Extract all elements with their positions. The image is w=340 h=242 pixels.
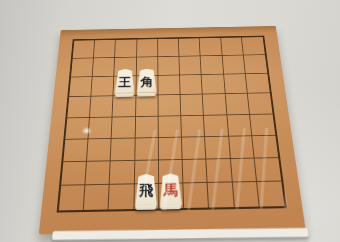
board-cell[interactable] bbox=[159, 116, 182, 138]
board-cell[interactable] bbox=[203, 94, 227, 115]
board-cell[interactable] bbox=[73, 40, 96, 58]
board-cell[interactable] bbox=[180, 75, 203, 95]
board-cell[interactable] bbox=[221, 37, 244, 55]
piece-edge bbox=[136, 205, 156, 210]
board-cell[interactable]: 飛 bbox=[134, 184, 159, 209]
board-cell[interactable] bbox=[182, 137, 207, 160]
board-cell[interactable]: 馬 bbox=[159, 183, 184, 208]
board-cell[interactable] bbox=[205, 136, 230, 159]
board-cell[interactable] bbox=[135, 116, 158, 138]
piece-edge bbox=[161, 205, 181, 210]
board-cell[interactable] bbox=[110, 161, 135, 185]
board-cell[interactable] bbox=[67, 97, 91, 118]
board-cell[interactable] bbox=[87, 139, 112, 162]
board-cell[interactable] bbox=[224, 74, 248, 94]
board-cell[interactable] bbox=[179, 38, 201, 56]
board-cell[interactable] bbox=[248, 93, 273, 114]
board-cell[interactable] bbox=[93, 58, 116, 77]
board-cell[interactable] bbox=[183, 183, 209, 208]
table-surface: 王角飛馬 bbox=[0, 0, 340, 242]
board-grid: 王角飛馬 bbox=[57, 36, 287, 213]
piece-face: 飛 bbox=[134, 174, 157, 206]
board-perspective-wrap: 王角飛馬 bbox=[49, 8, 291, 230]
board-cell[interactable] bbox=[254, 158, 281, 182]
board-cell[interactable] bbox=[158, 57, 180, 76]
piece-face: 角 bbox=[136, 68, 157, 93]
board-cell[interactable] bbox=[204, 115, 229, 137]
board-cell[interactable] bbox=[183, 159, 208, 183]
board-cell[interactable] bbox=[230, 158, 256, 182]
board-cell[interactable] bbox=[250, 114, 276, 136]
board-cell[interactable]: 王 bbox=[114, 76, 137, 96]
board-cell[interactable] bbox=[71, 58, 94, 77]
board-cell[interactable] bbox=[63, 139, 88, 162]
board-cell[interactable] bbox=[115, 40, 137, 58]
piece-face: 王 bbox=[114, 69, 135, 94]
board-cell[interactable] bbox=[227, 114, 252, 136]
board-cell[interactable] bbox=[158, 76, 180, 96]
board-cell[interactable] bbox=[244, 55, 268, 74]
board-cell[interactable] bbox=[137, 39, 158, 57]
board-cell[interactable] bbox=[135, 138, 159, 161]
board-cell[interactable] bbox=[202, 75, 225, 95]
board-cell[interactable] bbox=[179, 56, 201, 75]
board-cell[interactable] bbox=[59, 185, 86, 210]
shogi-piece-promoted-bishop[interactable]: 馬 bbox=[159, 173, 183, 210]
board-cell[interactable] bbox=[207, 159, 233, 183]
board-cell[interactable] bbox=[90, 96, 114, 117]
board-cell[interactable] bbox=[200, 38, 222, 56]
piece-face: 馬 bbox=[159, 173, 183, 205]
board-cell[interactable] bbox=[208, 182, 234, 207]
board-cell[interactable] bbox=[225, 94, 249, 115]
piece-kanji: 飛 bbox=[139, 181, 153, 197]
board-cell[interactable] bbox=[159, 137, 183, 160]
shogi-piece-rook[interactable]: 飛 bbox=[134, 174, 157, 211]
board-cell[interactable] bbox=[69, 77, 93, 97]
board-cell[interactable] bbox=[158, 39, 180, 57]
piece-edge bbox=[138, 92, 156, 96]
piece-kanji: 角 bbox=[140, 74, 153, 87]
board-cell[interactable] bbox=[181, 115, 205, 137]
board-cell[interactable] bbox=[89, 117, 113, 139]
board-cell[interactable] bbox=[136, 96, 159, 117]
board-cell[interactable] bbox=[246, 74, 270, 94]
board-cell[interactable] bbox=[181, 95, 204, 116]
board-cell[interactable] bbox=[158, 95, 181, 116]
piece-kanji: 王 bbox=[118, 74, 131, 87]
board-cell[interactable] bbox=[86, 161, 111, 185]
piece-kanji: 馬 bbox=[164, 181, 179, 197]
board-cell[interactable] bbox=[109, 184, 134, 209]
board-cell[interactable] bbox=[111, 138, 135, 161]
board-cell[interactable] bbox=[242, 37, 265, 55]
shogi-piece-king[interactable]: 王 bbox=[114, 69, 135, 97]
board-cell[interactable] bbox=[232, 182, 259, 207]
board-cell[interactable] bbox=[91, 77, 114, 97]
board-cell[interactable] bbox=[257, 181, 285, 206]
board-cell[interactable] bbox=[229, 136, 255, 159]
board-cell[interactable] bbox=[84, 185, 110, 210]
paper-under-sheet bbox=[52, 228, 309, 240]
board-cell[interactable] bbox=[222, 56, 245, 75]
board-cell[interactable] bbox=[201, 56, 224, 75]
board-cell[interactable] bbox=[252, 135, 278, 158]
board-cell[interactable] bbox=[94, 40, 116, 58]
shogi-piece-bishop[interactable]: 角 bbox=[136, 68, 157, 96]
board-cell[interactable]: 角 bbox=[136, 76, 158, 96]
board-cell[interactable] bbox=[61, 162, 87, 186]
board-cell[interactable] bbox=[112, 117, 136, 139]
piece-edge bbox=[115, 93, 133, 97]
board-cell[interactable] bbox=[65, 117, 90, 139]
shogi-board-paper: 王角飛馬 bbox=[39, 26, 306, 234]
board-cell[interactable] bbox=[113, 96, 136, 117]
